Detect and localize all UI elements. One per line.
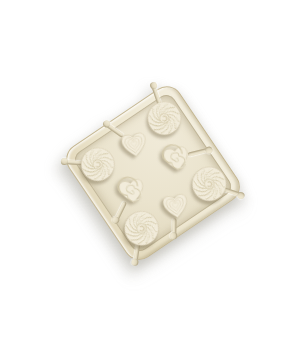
heart-bottom-center-cavity (155, 185, 196, 226)
nested-heart-icon (155, 185, 196, 226)
stick-groove-end (205, 145, 213, 153)
heart-mid-right-cavity (155, 138, 196, 179)
stick-groove-end (131, 258, 139, 266)
product-photo (0, 0, 291, 353)
mold-cast-shadow (0, 0, 291, 353)
lollipop-mold (60, 80, 246, 266)
nested-heart-icon (113, 124, 154, 165)
stick-groove-end (237, 191, 246, 200)
heart-top-center-cavity (113, 124, 154, 165)
stick-groove-end (171, 232, 178, 239)
stick-groove-end (61, 158, 68, 165)
spiral-heart-icon (155, 138, 196, 179)
